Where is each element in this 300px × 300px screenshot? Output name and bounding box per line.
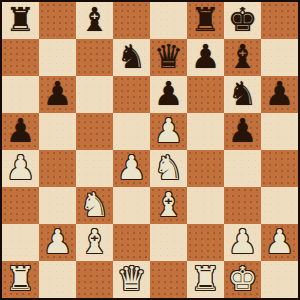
square-h3[interactable] (261, 187, 298, 224)
piece-white-pawn[interactable]: ♟ (43, 225, 73, 258)
square-g3[interactable] (224, 187, 261, 224)
square-a8[interactable]: ♜ (2, 2, 39, 39)
square-e5[interactable]: ♟ (150, 113, 187, 150)
piece-black-pawn[interactable]: ♟ (6, 114, 36, 147)
piece-black-queen[interactable]: ♛ (154, 40, 184, 73)
square-g8[interactable]: ♚ (224, 2, 261, 39)
square-d2[interactable] (113, 224, 150, 261)
piece-black-bishop[interactable]: ♝ (80, 3, 110, 36)
piece-black-rook[interactable]: ♜ (191, 3, 221, 36)
square-c4[interactable] (76, 150, 113, 187)
square-c5[interactable] (76, 113, 113, 150)
piece-black-pawn[interactable]: ♟ (228, 114, 258, 147)
square-g7[interactable]: ♝ (224, 39, 261, 76)
square-e2[interactable] (150, 224, 187, 261)
square-a4[interactable]: ♟ (2, 150, 39, 187)
square-e6[interactable]: ♟ (150, 76, 187, 113)
square-f4[interactable] (187, 150, 224, 187)
square-a2[interactable] (2, 224, 39, 261)
square-h5[interactable] (261, 113, 298, 150)
square-h6[interactable]: ♟ (261, 76, 298, 113)
piece-white-pawn[interactable]: ♟ (6, 151, 36, 184)
chess-board-container: ♜♝♜♚♞♛♟♝♟♟♞♟♟♟♟♟♟♞♞♝♟♝♟♟♜♛♜♚ (0, 0, 300, 300)
square-c7[interactable] (76, 39, 113, 76)
piece-black-rook[interactable]: ♜ (6, 3, 36, 36)
square-e1[interactable] (150, 261, 187, 298)
square-f6[interactable] (187, 76, 224, 113)
square-g1[interactable]: ♚ (224, 261, 261, 298)
square-a5[interactable]: ♟ (2, 113, 39, 150)
square-f7[interactable]: ♟ (187, 39, 224, 76)
square-b5[interactable] (39, 113, 76, 150)
square-h7[interactable] (261, 39, 298, 76)
square-g6[interactable]: ♞ (224, 76, 261, 113)
square-d1[interactable]: ♛ (113, 261, 150, 298)
piece-white-pawn[interactable]: ♟ (228, 225, 258, 258)
square-a6[interactable] (2, 76, 39, 113)
square-h8[interactable] (261, 2, 298, 39)
square-h1[interactable] (261, 261, 298, 298)
square-b2[interactable]: ♟ (39, 224, 76, 261)
square-g2[interactable]: ♟ (224, 224, 261, 261)
square-c2[interactable]: ♝ (76, 224, 113, 261)
piece-white-pawn[interactable]: ♟ (265, 225, 295, 258)
square-e8[interactable] (150, 2, 187, 39)
piece-black-pawn[interactable]: ♟ (154, 77, 184, 110)
square-d3[interactable] (113, 187, 150, 224)
square-a1[interactable]: ♜ (2, 261, 39, 298)
piece-white-king[interactable]: ♚ (228, 262, 258, 295)
piece-white-rook[interactable]: ♜ (6, 262, 36, 295)
square-d4[interactable]: ♟ (113, 150, 150, 187)
piece-white-knight[interactable]: ♞ (154, 151, 184, 184)
square-h2[interactable]: ♟ (261, 224, 298, 261)
square-c3[interactable]: ♞ (76, 187, 113, 224)
square-b3[interactable] (39, 187, 76, 224)
square-d5[interactable] (113, 113, 150, 150)
square-c1[interactable] (76, 261, 113, 298)
square-b4[interactable] (39, 150, 76, 187)
piece-black-pawn[interactable]: ♟ (191, 40, 221, 73)
square-b7[interactable] (39, 39, 76, 76)
piece-white-queen[interactable]: ♛ (117, 262, 147, 295)
square-g5[interactable]: ♟ (224, 113, 261, 150)
square-e3[interactable]: ♝ (150, 187, 187, 224)
piece-white-knight[interactable]: ♞ (80, 188, 110, 221)
piece-black-knight[interactable]: ♞ (228, 77, 258, 110)
piece-black-pawn[interactable]: ♟ (265, 77, 295, 110)
piece-black-king[interactable]: ♚ (228, 3, 258, 36)
square-f2[interactable] (187, 224, 224, 261)
piece-black-knight[interactable]: ♞ (117, 40, 147, 73)
piece-white-pawn[interactable]: ♟ (154, 114, 184, 147)
piece-white-bishop[interactable]: ♝ (80, 225, 110, 258)
square-e7[interactable]: ♛ (150, 39, 187, 76)
piece-black-pawn[interactable]: ♟ (43, 77, 73, 110)
piece-white-pawn[interactable]: ♟ (117, 151, 147, 184)
square-e4[interactable]: ♞ (150, 150, 187, 187)
square-f8[interactable]: ♜ (187, 2, 224, 39)
square-c8[interactable]: ♝ (76, 2, 113, 39)
square-f1[interactable]: ♜ (187, 261, 224, 298)
square-d7[interactable]: ♞ (113, 39, 150, 76)
square-f3[interactable] (187, 187, 224, 224)
square-d8[interactable] (113, 2, 150, 39)
square-b6[interactable]: ♟ (39, 76, 76, 113)
square-g4[interactable] (224, 150, 261, 187)
square-b8[interactable] (39, 2, 76, 39)
square-b1[interactable] (39, 261, 76, 298)
square-h4[interactable] (261, 150, 298, 187)
square-c6[interactable] (76, 76, 113, 113)
piece-white-rook[interactable]: ♜ (191, 262, 221, 295)
square-a7[interactable] (2, 39, 39, 76)
square-a3[interactable] (2, 187, 39, 224)
chess-board: ♜♝♜♚♞♛♟♝♟♟♞♟♟♟♟♟♟♞♞♝♟♝♟♟♜♛♜♚ (0, 0, 300, 300)
square-f5[interactable] (187, 113, 224, 150)
square-d6[interactable] (113, 76, 150, 113)
piece-black-bishop[interactable]: ♝ (228, 40, 258, 73)
piece-white-bishop[interactable]: ♝ (154, 188, 184, 221)
